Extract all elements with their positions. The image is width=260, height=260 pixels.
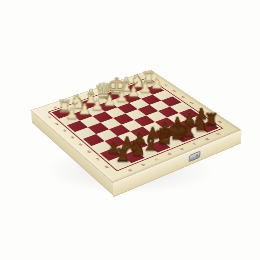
- latch-clasp-icon: [189, 151, 201, 163]
- rank-label: 4: [68, 135, 77, 140]
- piece-white-pawn: ♟: [64, 107, 79, 122]
- rank-label: 6: [85, 149, 94, 154]
- rank-label: 7: [93, 157, 102, 162]
- piece-black-rook: ♜: [115, 146, 131, 165]
- chess-set-product-photo: aabbccddeeffgghh1122334455667788 ♜♞♝♛♚♝♞…: [0, 0, 260, 260]
- rank-label: 8: [102, 164, 111, 169]
- rank-label: 5: [76, 142, 85, 147]
- rank-label: 3: [60, 128, 68, 133]
- rank-label: 2: [53, 122, 61, 126]
- rank-label: 1: [45, 115, 53, 119]
